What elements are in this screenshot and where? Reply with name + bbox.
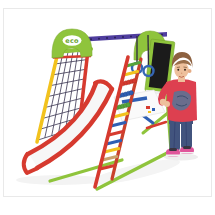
child-ear	[188, 69, 192, 73]
scene-illustration: eco	[0, 0, 215, 215]
product-photo: eco	[0, 0, 215, 215]
child-hand	[164, 101, 170, 107]
logo-text: eco	[65, 37, 79, 45]
ring-strap	[148, 35, 149, 66]
